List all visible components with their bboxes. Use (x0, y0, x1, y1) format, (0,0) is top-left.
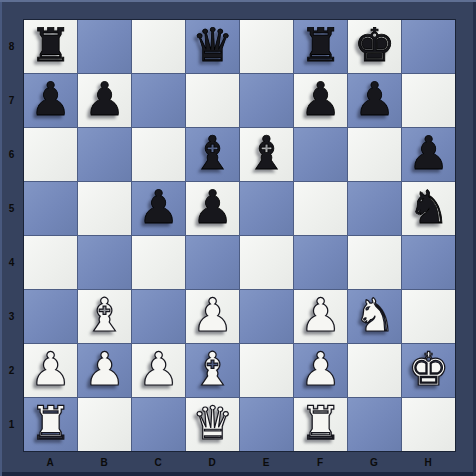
square-h2[interactable]: ♚ (402, 344, 455, 397)
piece-white-queen[interactable]: ♛ (192, 400, 233, 446)
piece-white-pawn[interactable]: ♟ (300, 292, 341, 338)
piece-white-pawn[interactable]: ♟ (30, 346, 71, 392)
file-label-f: F (293, 452, 347, 472)
square-a3[interactable] (24, 290, 77, 343)
rank-label-6: 6 (0, 127, 23, 181)
square-b4[interactable] (78, 236, 131, 289)
piece-black-pawn[interactable]: ♟ (354, 76, 395, 122)
rank-label-8: 8 (0, 19, 23, 73)
file-labels: ABCDEFGH (23, 452, 455, 472)
piece-white-bishop[interactable]: ♝ (192, 346, 233, 392)
square-g3[interactable]: ♞ (348, 290, 401, 343)
square-f2[interactable]: ♟ (294, 344, 347, 397)
piece-black-pawn[interactable]: ♟ (192, 184, 233, 230)
square-b5[interactable] (78, 182, 131, 235)
piece-white-bishop[interactable]: ♝ (84, 292, 125, 338)
piece-white-rook[interactable]: ♜ (30, 400, 71, 446)
rank-label-4: 4 (0, 235, 23, 289)
rank-label-1: 1 (0, 397, 23, 451)
square-b3[interactable]: ♝ (78, 290, 131, 343)
square-g2[interactable] (348, 344, 401, 397)
square-f7[interactable]: ♟ (294, 74, 347, 127)
square-a4[interactable] (24, 236, 77, 289)
square-d8[interactable]: ♛ (186, 20, 239, 73)
piece-black-pawn[interactable]: ♟ (30, 76, 71, 122)
file-label-d: D (185, 452, 239, 472)
piece-black-pawn[interactable]: ♟ (84, 76, 125, 122)
square-d1[interactable]: ♛ (186, 398, 239, 451)
square-d4[interactable] (186, 236, 239, 289)
square-e6[interactable]: ♝ (240, 128, 293, 181)
square-h5[interactable]: ♞ (402, 182, 455, 235)
piece-white-rook[interactable]: ♜ (300, 400, 341, 446)
square-g6[interactable] (348, 128, 401, 181)
rank-label-5: 5 (0, 181, 23, 235)
piece-black-pawn[interactable]: ♟ (138, 184, 179, 230)
piece-black-bishop[interactable]: ♝ (192, 130, 233, 176)
square-e8[interactable] (240, 20, 293, 73)
chess-board[interactable]: ♜♛♜♚♟♟♟♟♝♝♟♟♟♞♝♟♟♞♟♟♟♝♟♚♜♛♜ (23, 19, 456, 452)
square-g7[interactable]: ♟ (348, 74, 401, 127)
piece-black-pawn[interactable]: ♟ (300, 76, 341, 122)
square-h7[interactable] (402, 74, 455, 127)
file-label-b: B (77, 452, 131, 472)
square-e4[interactable] (240, 236, 293, 289)
square-c1[interactable] (132, 398, 185, 451)
square-a5[interactable] (24, 182, 77, 235)
chess-board-frame: 87654321 ♜♛♜♚♟♟♟♟♝♝♟♟♟♞♝♟♟♞♟♟♟♝♟♚♜♛♜ ABC… (0, 0, 476, 476)
rank-labels: 87654321 (0, 19, 23, 451)
square-f8[interactable]: ♜ (294, 20, 347, 73)
square-c3[interactable] (132, 290, 185, 343)
file-label-a: A (23, 452, 77, 472)
square-f3[interactable]: ♟ (294, 290, 347, 343)
piece-black-rook[interactable]: ♜ (300, 22, 341, 68)
file-label-g: G (347, 452, 401, 472)
square-g8[interactable]: ♚ (348, 20, 401, 73)
rank-label-7: 7 (0, 73, 23, 127)
square-b6[interactable] (78, 128, 131, 181)
square-h4[interactable] (402, 236, 455, 289)
square-a1[interactable]: ♜ (24, 398, 77, 451)
square-d7[interactable] (186, 74, 239, 127)
square-h8[interactable] (402, 20, 455, 73)
file-label-e: E (239, 452, 293, 472)
square-a6[interactable] (24, 128, 77, 181)
piece-white-pawn[interactable]: ♟ (138, 346, 179, 392)
square-f1[interactable]: ♜ (294, 398, 347, 451)
square-c8[interactable] (132, 20, 185, 73)
square-h6[interactable]: ♟ (402, 128, 455, 181)
square-h1[interactable] (402, 398, 455, 451)
square-a8[interactable]: ♜ (24, 20, 77, 73)
square-f5[interactable] (294, 182, 347, 235)
file-label-h: H (401, 452, 455, 472)
piece-black-pawn[interactable]: ♟ (408, 130, 449, 176)
square-g5[interactable] (348, 182, 401, 235)
square-c2[interactable]: ♟ (132, 344, 185, 397)
square-e2[interactable] (240, 344, 293, 397)
square-e5[interactable] (240, 182, 293, 235)
square-b7[interactable]: ♟ (78, 74, 131, 127)
piece-white-pawn[interactable]: ♟ (300, 346, 341, 392)
square-c6[interactable] (132, 128, 185, 181)
rank-label-3: 3 (0, 289, 23, 343)
piece-white-pawn[interactable]: ♟ (84, 346, 125, 392)
piece-black-bishop[interactable]: ♝ (246, 130, 287, 176)
square-c5[interactable]: ♟ (132, 182, 185, 235)
piece-white-king[interactable]: ♚ (408, 346, 449, 392)
square-c4[interactable] (132, 236, 185, 289)
square-c7[interactable] (132, 74, 185, 127)
piece-black-king[interactable]: ♚ (354, 22, 395, 68)
square-a2[interactable]: ♟ (24, 344, 77, 397)
square-g1[interactable] (348, 398, 401, 451)
square-b2[interactable]: ♟ (78, 344, 131, 397)
rank-label-2: 2 (0, 343, 23, 397)
square-e7[interactable] (240, 74, 293, 127)
file-label-c: C (131, 452, 185, 472)
piece-black-knight[interactable]: ♞ (408, 184, 449, 230)
square-f4[interactable] (294, 236, 347, 289)
square-b1[interactable] (78, 398, 131, 451)
square-f6[interactable] (294, 128, 347, 181)
square-d5[interactable]: ♟ (186, 182, 239, 235)
square-d3[interactable]: ♟ (186, 290, 239, 343)
square-b8[interactable] (78, 20, 131, 73)
square-e3[interactable] (240, 290, 293, 343)
square-d2[interactable]: ♝ (186, 344, 239, 397)
square-g4[interactable] (348, 236, 401, 289)
square-e1[interactable] (240, 398, 293, 451)
square-d6[interactable]: ♝ (186, 128, 239, 181)
piece-black-rook[interactable]: ♜ (30, 22, 71, 68)
piece-white-pawn[interactable]: ♟ (192, 292, 233, 338)
square-a7[interactable]: ♟ (24, 74, 77, 127)
piece-white-knight[interactable]: ♞ (354, 292, 395, 338)
piece-black-queen[interactable]: ♛ (192, 22, 233, 68)
square-h3[interactable] (402, 290, 455, 343)
